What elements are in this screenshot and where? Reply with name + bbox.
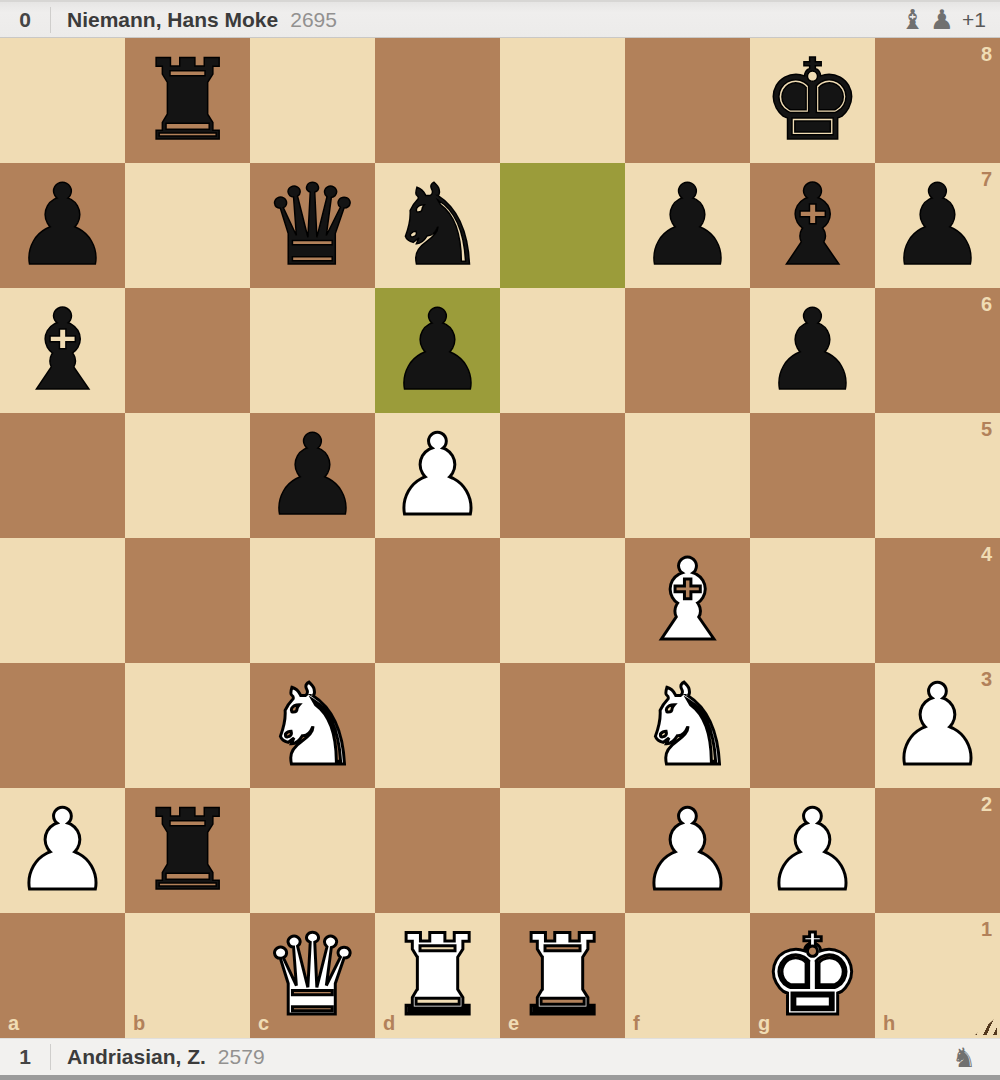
square-d7[interactable]: ♞: [375, 163, 500, 288]
top-bar-divider: [50, 7, 51, 33]
rank-label-8: 8: [981, 44, 992, 64]
piece-white-pawn[interactable]: ♟: [12, 788, 112, 913]
square-e3[interactable]: [500, 663, 625, 788]
file-label-f: f: [633, 1013, 640, 1033]
square-e7[interactable]: [500, 163, 625, 288]
piece-black-king[interactable]: ♚: [762, 38, 862, 163]
square-d5[interactable]: ♟: [375, 413, 500, 538]
window-bottom-strip: [0, 1075, 1000, 1080]
square-c1[interactable]: ♛c: [250, 913, 375, 1038]
square-g6[interactable]: ♟: [750, 288, 875, 413]
piece-white-rook[interactable]: ♜: [387, 913, 487, 1038]
square-b6[interactable]: [125, 288, 250, 413]
square-d1[interactable]: ♜d: [375, 913, 500, 1038]
square-a5[interactable]: [0, 413, 125, 538]
piece-white-pawn[interactable]: ♟: [887, 663, 987, 788]
piece-black-bishop[interactable]: ♝: [12, 288, 112, 413]
square-f4[interactable]: ♝: [625, 538, 750, 663]
piece-black-pawn[interactable]: ♟: [762, 288, 862, 413]
square-b3[interactable]: [125, 663, 250, 788]
piece-black-pawn[interactable]: ♟: [887, 163, 987, 288]
square-c3[interactable]: ♞: [250, 663, 375, 788]
square-d4[interactable]: [375, 538, 500, 663]
square-g7[interactable]: ♝: [750, 163, 875, 288]
square-b1[interactable]: b: [125, 913, 250, 1038]
square-d8[interactable]: [375, 38, 500, 163]
top-player-rating: 2695: [290, 8, 337, 32]
piece-white-pawn[interactable]: ♟: [387, 413, 487, 538]
piece-black-pawn[interactable]: ♟: [637, 163, 737, 288]
square-e4[interactable]: [500, 538, 625, 663]
piece-white-knight[interactable]: ♞: [262, 663, 362, 788]
file-label-a: a: [8, 1013, 19, 1033]
square-c6[interactable]: [250, 288, 375, 413]
top-player-name: Niemann, Hans Moke: [67, 8, 278, 32]
square-c8[interactable]: [250, 38, 375, 163]
square-e6[interactable]: [500, 288, 625, 413]
rank-label-6: 6: [981, 294, 992, 314]
piece-black-pawn[interactable]: ♟: [387, 288, 487, 413]
square-g5[interactable]: [750, 413, 875, 538]
file-label-c: c: [258, 1013, 269, 1033]
bottom-player-rating: 2579: [218, 1045, 265, 1069]
square-h4[interactable]: 4: [875, 538, 1000, 663]
piece-black-pawn[interactable]: ♟: [12, 163, 112, 288]
square-g8[interactable]: ♚: [750, 38, 875, 163]
rank-label-5: 5: [981, 419, 992, 439]
square-b8[interactable]: ♜: [125, 38, 250, 163]
file-label-b: b: [133, 1013, 145, 1033]
square-g4[interactable]: [750, 538, 875, 663]
piece-black-pawn[interactable]: ♟: [262, 413, 362, 538]
rank-label-7: 7: [981, 169, 992, 189]
square-a3[interactable]: [0, 663, 125, 788]
square-a1[interactable]: a: [0, 913, 125, 1038]
piece-black-queen[interactable]: ♛: [262, 163, 362, 288]
bottom-material-icons: ♞: [952, 1044, 1000, 1071]
square-g1[interactable]: ♚g: [750, 913, 875, 1038]
square-b4[interactable]: [125, 538, 250, 663]
square-f8[interactable]: [625, 38, 750, 163]
square-d3[interactable]: [375, 663, 500, 788]
square-f7[interactable]: ♟: [625, 163, 750, 288]
square-c2[interactable]: [250, 788, 375, 913]
square-h7[interactable]: ♟7: [875, 163, 1000, 288]
rank-label-2: 2: [981, 794, 992, 814]
piece-black-knight[interactable]: ♞: [387, 163, 487, 288]
square-c7[interactable]: ♛: [250, 163, 375, 288]
square-a2[interactable]: ♟: [0, 788, 125, 913]
rank-label-4: 4: [981, 544, 992, 564]
bottom-player-name: Andriasian, Z.: [67, 1045, 206, 1069]
square-f5[interactable]: [625, 413, 750, 538]
piece-black-rook[interactable]: ♜: [137, 788, 237, 913]
material-advantage-score: +1: [962, 8, 1000, 32]
piece-white-queen[interactable]: ♛: [262, 913, 362, 1038]
piece-white-rook[interactable]: ♜: [512, 913, 612, 1038]
chess-broadcast-app: 0 Niemann, Hans Moke 2695 ♝♟ +1 ♜♚8♟♛♞♟♝…: [0, 0, 1000, 1080]
captured-pawn-icon: ♟: [930, 6, 954, 33]
square-e8[interactable]: [500, 38, 625, 163]
square-a6[interactable]: ♝: [0, 288, 125, 413]
piece-black-rook[interactable]: ♜: [137, 38, 237, 163]
file-label-g: g: [758, 1013, 770, 1033]
top-player-bar: 0 Niemann, Hans Moke 2695 ♝♟ +1: [0, 0, 1000, 38]
square-b2[interactable]: ♜: [125, 788, 250, 913]
square-e1[interactable]: ♜e: [500, 913, 625, 1038]
captured-knight-icon: ♞: [952, 1044, 976, 1071]
file-label-d: d: [383, 1013, 395, 1033]
piece-white-bishop[interactable]: ♝: [637, 538, 737, 663]
rank-label-3: 3: [981, 669, 992, 689]
square-a7[interactable]: ♟: [0, 163, 125, 288]
square-h8[interactable]: 8: [875, 38, 1000, 163]
square-f2[interactable]: ♟: [625, 788, 750, 913]
captured-bishop-icon: ♝: [901, 6, 925, 33]
square-a4[interactable]: [0, 538, 125, 663]
piece-white-knight[interactable]: ♞: [637, 663, 737, 788]
top-player-score: 0: [0, 8, 50, 32]
square-h3[interactable]: ♟3: [875, 663, 1000, 788]
square-f3[interactable]: ♞: [625, 663, 750, 788]
piece-white-pawn[interactable]: ♟: [637, 788, 737, 913]
square-c5[interactable]: ♟: [250, 413, 375, 538]
bottom-bar-divider: [50, 1044, 51, 1070]
bottom-player-bar: 1 Andriasian, Z. 2579 ♞: [0, 1038, 1000, 1075]
bottom-player-score: 1: [0, 1045, 50, 1069]
square-d6[interactable]: ♟: [375, 288, 500, 413]
square-b7[interactable]: [125, 163, 250, 288]
square-b5[interactable]: [125, 413, 250, 538]
square-g3[interactable]: [750, 663, 875, 788]
top-material-icons: ♝♟: [901, 6, 962, 33]
piece-white-king[interactable]: ♚: [762, 913, 862, 1038]
square-d2[interactable]: [375, 788, 500, 913]
square-f6[interactable]: [625, 288, 750, 413]
square-h5[interactable]: 5: [875, 413, 1000, 538]
square-g2[interactable]: ♟: [750, 788, 875, 913]
rank-label-1: 1: [981, 919, 992, 939]
chess-board: ♜♚8♟♛♞♟♝♟7♝♟♟6♟♟5♝4♞♞♟3♟♜♟♟2ab♛c♜d♜ef♚g1…: [0, 38, 1000, 1038]
square-a8[interactable]: [0, 38, 125, 163]
square-e5[interactable]: [500, 413, 625, 538]
square-f1[interactable]: f: [625, 913, 750, 1038]
piece-white-pawn[interactable]: ♟: [762, 788, 862, 913]
piece-black-bishop[interactable]: ♝: [762, 163, 862, 288]
square-h2[interactable]: 2: [875, 788, 1000, 913]
square-c4[interactable]: [250, 538, 375, 663]
square-h1[interactable]: 1h: [875, 913, 1000, 1038]
file-label-e: e: [508, 1013, 519, 1033]
file-label-h: h: [883, 1013, 895, 1033]
square-e2[interactable]: [500, 788, 625, 913]
square-h6[interactable]: 6: [875, 288, 1000, 413]
board-resize-handle[interactable]: [975, 1017, 997, 1035]
